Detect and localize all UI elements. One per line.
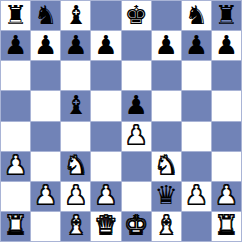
square-g2[interactable]: ♟ bbox=[182, 182, 211, 211]
square-b6[interactable] bbox=[31, 61, 60, 90]
square-g4[interactable] bbox=[182, 122, 211, 151]
piece-white-pawn-e4[interactable]: ♟ bbox=[124, 122, 147, 148]
piece-white-king-e1[interactable]: ♚ bbox=[124, 212, 147, 238]
square-f5[interactable] bbox=[152, 91, 181, 120]
piece-black-queen-f2[interactable]: ♛ bbox=[155, 182, 178, 208]
square-d1[interactable]: ♛ bbox=[91, 212, 120, 241]
square-e6[interactable] bbox=[122, 61, 151, 90]
piece-white-pawn-a3[interactable]: ♟ bbox=[4, 152, 27, 178]
square-a6[interactable] bbox=[1, 61, 30, 90]
piece-white-pawn-c2[interactable]: ♟ bbox=[64, 182, 87, 208]
square-e5[interactable]: ♟ bbox=[122, 91, 151, 120]
square-g6[interactable] bbox=[182, 61, 211, 90]
square-c6[interactable] bbox=[61, 61, 90, 90]
piece-white-knight-c3[interactable]: ♞ bbox=[64, 152, 87, 178]
piece-black-pawn-e5[interactable]: ♟ bbox=[124, 92, 147, 118]
square-b7[interactable]: ♟ bbox=[31, 31, 60, 60]
piece-white-pawn-g2[interactable]: ♟ bbox=[185, 182, 208, 208]
piece-white-rook-h1[interactable]: ♜ bbox=[215, 212, 238, 238]
square-b2[interactable]: ♟ bbox=[31, 182, 60, 211]
square-a2[interactable] bbox=[1, 182, 30, 211]
square-h8[interactable]: ♜ bbox=[212, 1, 241, 30]
square-f7[interactable]: ♟ bbox=[152, 31, 181, 60]
square-c7[interactable]: ♟ bbox=[61, 31, 90, 60]
square-a7[interactable]: ♟ bbox=[1, 31, 30, 60]
piece-white-knight-f3[interactable]: ♞ bbox=[155, 152, 178, 178]
piece-black-pawn-a7[interactable]: ♟ bbox=[4, 32, 27, 58]
square-e1[interactable]: ♚ bbox=[122, 212, 151, 241]
square-e2[interactable] bbox=[122, 182, 151, 211]
square-e8[interactable]: ♚ bbox=[122, 1, 151, 30]
square-a8[interactable]: ♜ bbox=[1, 1, 30, 30]
piece-black-pawn-h7[interactable]: ♟ bbox=[215, 32, 238, 58]
square-h6[interactable] bbox=[212, 61, 241, 90]
piece-black-bishop-c5[interactable]: ♝ bbox=[64, 92, 87, 118]
square-f8[interactable] bbox=[152, 1, 181, 30]
square-d8[interactable] bbox=[91, 1, 120, 30]
square-a3[interactable]: ♟ bbox=[1, 152, 30, 181]
square-g5[interactable] bbox=[182, 91, 211, 120]
square-a1[interactable]: ♜ bbox=[1, 212, 30, 241]
square-d4[interactable] bbox=[91, 122, 120, 151]
square-g7[interactable]: ♟ bbox=[182, 31, 211, 60]
piece-black-knight-b8[interactable]: ♞ bbox=[34, 2, 57, 28]
piece-black-rook-h8[interactable]: ♜ bbox=[215, 2, 238, 28]
square-e4[interactable]: ♟ bbox=[122, 122, 151, 151]
piece-black-bishop-c8[interactable]: ♝ bbox=[64, 2, 87, 28]
square-e7[interactable] bbox=[122, 31, 151, 60]
piece-black-pawn-b7[interactable]: ♟ bbox=[34, 32, 57, 58]
square-h7[interactable]: ♟ bbox=[212, 31, 241, 60]
piece-white-bishop-c1[interactable]: ♝ bbox=[64, 212, 87, 238]
square-h1[interactable]: ♜ bbox=[212, 212, 241, 241]
square-f1[interactable]: ♝ bbox=[152, 212, 181, 241]
piece-black-king-e8[interactable]: ♚ bbox=[124, 2, 147, 28]
piece-black-pawn-g7[interactable]: ♟ bbox=[185, 32, 208, 58]
piece-black-rook-a8[interactable]: ♜ bbox=[4, 2, 27, 28]
square-h4[interactable] bbox=[212, 122, 241, 151]
square-c1[interactable]: ♝ bbox=[61, 212, 90, 241]
square-d2[interactable]: ♟ bbox=[91, 182, 120, 211]
piece-white-pawn-d2[interactable]: ♟ bbox=[94, 182, 117, 208]
square-g3[interactable] bbox=[182, 152, 211, 181]
piece-white-bishop-f1[interactable]: ♝ bbox=[155, 212, 178, 238]
square-d3[interactable] bbox=[91, 152, 120, 181]
square-d6[interactable] bbox=[91, 61, 120, 90]
square-a5[interactable] bbox=[1, 91, 30, 120]
square-g8[interactable]: ♞ bbox=[182, 1, 211, 30]
square-g1[interactable] bbox=[182, 212, 211, 241]
square-c4[interactable] bbox=[61, 122, 90, 151]
piece-white-queen-d1[interactable]: ♛ bbox=[94, 212, 117, 238]
piece-black-pawn-c7[interactable]: ♟ bbox=[64, 32, 87, 58]
square-b8[interactable]: ♞ bbox=[31, 1, 60, 30]
square-c3[interactable]: ♞ bbox=[61, 152, 90, 181]
square-d7[interactable]: ♟ bbox=[91, 31, 120, 60]
square-a4[interactable] bbox=[1, 122, 30, 151]
square-c5[interactable]: ♝ bbox=[61, 91, 90, 120]
square-h3[interactable] bbox=[212, 152, 241, 181]
square-f4[interactable] bbox=[152, 122, 181, 151]
piece-white-pawn-h2[interactable]: ♟ bbox=[215, 182, 238, 208]
piece-black-pawn-f7[interactable]: ♟ bbox=[155, 32, 178, 58]
square-b5[interactable] bbox=[31, 91, 60, 120]
square-c8[interactable]: ♝ bbox=[61, 1, 90, 30]
square-b4[interactable] bbox=[31, 122, 60, 151]
square-e3[interactable] bbox=[122, 152, 151, 181]
square-b3[interactable] bbox=[31, 152, 60, 181]
chessboard-screenshot: ♜♞♝♚♞♜♟♟♟♟♟♟♟♝♟♟♟♞♞♟♟♟♛♟♟♜♝♛♚♝♜ bbox=[0, 0, 242, 242]
square-d5[interactable] bbox=[91, 91, 120, 120]
piece-black-knight-g8[interactable]: ♞ bbox=[185, 2, 208, 28]
square-f6[interactable] bbox=[152, 61, 181, 90]
piece-white-pawn-b2[interactable]: ♟ bbox=[34, 182, 57, 208]
square-b1[interactable] bbox=[31, 212, 60, 241]
square-f2[interactable]: ♛ bbox=[152, 182, 181, 211]
square-h5[interactable] bbox=[212, 91, 241, 120]
piece-black-pawn-d7[interactable]: ♟ bbox=[94, 32, 117, 58]
chess-board[interactable]: ♜♞♝♚♞♜♟♟♟♟♟♟♟♝♟♟♟♞♞♟♟♟♛♟♟♜♝♛♚♝♜ bbox=[0, 0, 242, 242]
square-c2[interactable]: ♟ bbox=[61, 182, 90, 211]
square-h2[interactable]: ♟ bbox=[212, 182, 241, 211]
piece-white-rook-a1[interactable]: ♜ bbox=[4, 212, 27, 238]
square-f3[interactable]: ♞ bbox=[152, 152, 181, 181]
